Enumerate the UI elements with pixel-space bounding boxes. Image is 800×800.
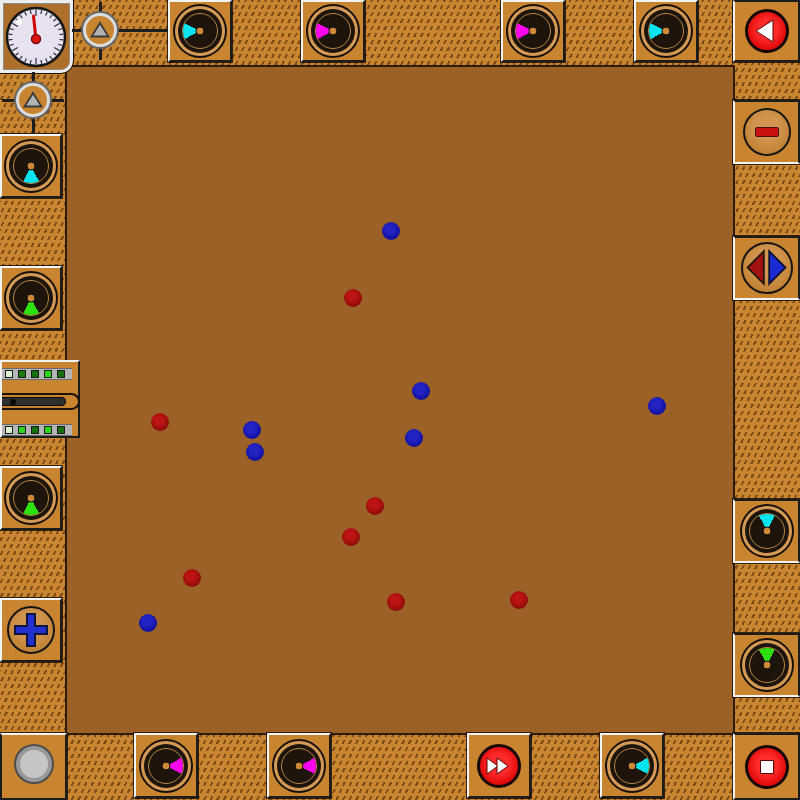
knob-disc [745, 643, 789, 687]
led-light [5, 426, 13, 434]
knob-axle [295, 761, 304, 770]
knob-top-4[interactable] [634, 0, 698, 62]
triangle-up-icon [86, 16, 114, 44]
ball-red[interactable] [387, 593, 405, 611]
arrows-glyph [743, 244, 790, 291]
led-light [57, 370, 65, 378]
valve-button-top[interactable] [83, 13, 117, 47]
knob-axle [662, 27, 671, 36]
ball-blue[interactable] [412, 382, 430, 400]
gadget-board-frame [0, 0, 800, 800]
knob-face[interactable] [4, 139, 58, 193]
minus-icon[interactable] [743, 108, 791, 156]
knob-axle [762, 661, 771, 670]
led-slider-panel [0, 360, 80, 438]
knob-bottom-3[interactable] [600, 733, 664, 798]
led-strip [2, 368, 72, 380]
knob-disc [9, 476, 53, 520]
led-light [31, 370, 39, 378]
knob-axle [162, 761, 171, 770]
knob-axle [529, 27, 538, 36]
knob-left-3[interactable] [0, 466, 62, 530]
knob-top-3[interactable] [501, 0, 565, 62]
knob-bottom-1[interactable] [134, 733, 198, 798]
knob-disc [644, 9, 688, 53]
back-button[interactable] [733, 0, 800, 62]
ball-red[interactable] [183, 569, 201, 587]
ball-blue[interactable] [648, 397, 666, 415]
knob-disc [9, 276, 53, 320]
ball-red[interactable] [342, 528, 360, 546]
knob-disc [745, 509, 789, 553]
valve-button-left[interactable] [16, 83, 50, 117]
knob-face[interactable] [306, 4, 360, 58]
knob-face[interactable] [740, 504, 794, 558]
ball-blue[interactable] [382, 222, 400, 240]
ball-blue[interactable] [405, 429, 423, 447]
knob-face[interactable] [506, 4, 560, 58]
red-round-button[interactable] [745, 9, 789, 53]
ball-blue[interactable] [243, 421, 261, 439]
led-light [44, 370, 52, 378]
led-light [57, 426, 65, 434]
knob-top-2[interactable] [301, 0, 365, 62]
plus-glyph [9, 608, 53, 652]
led-light [18, 426, 26, 434]
knob-left-1[interactable] [0, 134, 62, 198]
knob-disc [9, 144, 53, 188]
simulation-board[interactable] [65, 65, 735, 735]
knob-face[interactable] [173, 4, 227, 58]
red-round-button[interactable] [477, 744, 521, 788]
corner-button[interactable] [0, 733, 67, 800]
left-triangle-icon [748, 12, 786, 50]
knob-face[interactable] [605, 739, 659, 793]
knob-disc [178, 9, 222, 53]
ball-blue[interactable] [139, 614, 157, 632]
gauge-face [4, 4, 68, 68]
add-button[interactable] [0, 598, 62, 662]
remove-button[interactable] [733, 100, 800, 164]
knob-axle [329, 27, 338, 36]
red-round-button[interactable] [745, 745, 789, 789]
knob-axle [762, 527, 771, 536]
direction-toggle[interactable] [733, 236, 800, 300]
led-light [18, 370, 26, 378]
gray-round-button[interactable] [16, 746, 52, 782]
stop-icon [748, 748, 786, 786]
knob-disc [311, 9, 355, 53]
knob-axle [27, 162, 36, 171]
ball-red[interactable] [510, 591, 528, 609]
ball-red[interactable] [366, 497, 384, 515]
knob-face[interactable] [740, 638, 794, 692]
knob-face[interactable] [4, 271, 58, 325]
led-light [31, 426, 39, 434]
slider-track [2, 393, 80, 410]
knob-axle [196, 27, 205, 36]
knob-axle [628, 761, 637, 770]
knob-right-1[interactable] [733, 499, 800, 563]
ball-red[interactable] [344, 289, 362, 307]
slider-handle[interactable] [2, 397, 66, 406]
led-strip [2, 424, 72, 436]
knob-disc [511, 9, 555, 53]
knob-left-2[interactable] [0, 266, 62, 330]
fast-forward-button[interactable] [467, 733, 531, 798]
led-light [44, 426, 52, 434]
minus-bar [755, 127, 779, 137]
knob-face[interactable] [639, 4, 693, 58]
led-light [5, 370, 13, 378]
knob-disc [277, 744, 321, 788]
fast-forward-icon [480, 747, 518, 785]
knob-bottom-2[interactable] [267, 733, 331, 798]
knob-top-1[interactable] [168, 0, 232, 62]
plus-icon[interactable] [7, 606, 55, 654]
ball-red[interactable] [151, 413, 169, 431]
knob-right-2[interactable] [733, 633, 800, 697]
stop-button[interactable] [733, 733, 800, 800]
pressure-gauge [0, 0, 73, 73]
left-right-arrows-icon[interactable] [741, 242, 793, 294]
knob-face[interactable] [272, 739, 326, 793]
knob-face[interactable] [4, 471, 58, 525]
knob-face[interactable] [139, 739, 193, 793]
knob-axle [27, 494, 36, 503]
slider-pin [10, 399, 16, 405]
ball-blue[interactable] [246, 443, 264, 461]
triangle-up-icon [19, 86, 47, 114]
knob-disc [144, 744, 188, 788]
knob-disc [610, 744, 654, 788]
knob-axle [27, 294, 36, 303]
